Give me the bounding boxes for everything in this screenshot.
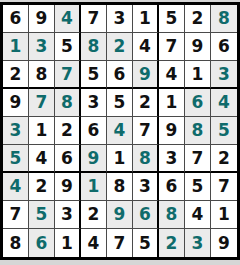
- cell-r1c6[interactable]: 1: [133, 5, 159, 33]
- cell-r7c1[interactable]: 4: [3, 173, 29, 201]
- cell-r3c5[interactable]: 6: [107, 61, 133, 89]
- cell-r2c8[interactable]: 9: [185, 33, 211, 61]
- cell-r5c8[interactable]: 8: [185, 117, 211, 145]
- cell-r2c3[interactable]: 5: [55, 33, 81, 61]
- cell-r2c4[interactable]: 8: [81, 33, 107, 61]
- cell-r5c3[interactable]: 2: [55, 117, 81, 145]
- cell-r4c6[interactable]: 2: [133, 89, 159, 117]
- cell-r5c1[interactable]: 3: [3, 117, 29, 145]
- cell-r8c5[interactable]: 9: [107, 201, 133, 229]
- cell-r8c7[interactable]: 8: [159, 201, 185, 229]
- cell-r1c8[interactable]: 2: [185, 5, 211, 33]
- cell-r4c8[interactable]: 6: [185, 89, 211, 117]
- sudoku-board: 6947315281358247962875694139783521643126…: [0, 2, 240, 260]
- cell-r4c3[interactable]: 8: [55, 89, 81, 117]
- cell-r3c2[interactable]: 8: [29, 61, 55, 89]
- cell-r6c7[interactable]: 3: [159, 145, 185, 173]
- cell-r4c2[interactable]: 7: [29, 89, 55, 117]
- cell-r6c1[interactable]: 5: [3, 145, 29, 173]
- cell-r1c9[interactable]: 8: [211, 5, 237, 33]
- cell-r1c4[interactable]: 7: [81, 5, 107, 33]
- cell-r7c5[interactable]: 8: [107, 173, 133, 201]
- cell-r7c3[interactable]: 9: [55, 173, 81, 201]
- cell-r4c4[interactable]: 3: [81, 89, 107, 117]
- cell-r7c7[interactable]: 6: [159, 173, 185, 201]
- cell-r2c9[interactable]: 6: [211, 33, 237, 61]
- cell-r6c8[interactable]: 7: [185, 145, 211, 173]
- cell-r5c2[interactable]: 1: [29, 117, 55, 145]
- cell-r8c1[interactable]: 7: [3, 201, 29, 229]
- cell-r5c5[interactable]: 4: [107, 117, 133, 145]
- cell-r9c5[interactable]: 7: [107, 229, 133, 257]
- cell-r5c7[interactable]: 9: [159, 117, 185, 145]
- cell-r1c5[interactable]: 3: [107, 5, 133, 33]
- cell-r7c8[interactable]: 5: [185, 173, 211, 201]
- cell-r7c2[interactable]: 2: [29, 173, 55, 201]
- cell-r9c8[interactable]: 3: [185, 229, 211, 257]
- cell-r1c1[interactable]: 6: [3, 5, 29, 33]
- cell-r8c8[interactable]: 4: [185, 201, 211, 229]
- cell-r2c1[interactable]: 1: [3, 33, 29, 61]
- cell-r8c9[interactable]: 1: [211, 201, 237, 229]
- cell-r7c4[interactable]: 1: [81, 173, 107, 201]
- cell-r6c9[interactable]: 2: [211, 145, 237, 173]
- cell-r4c1[interactable]: 9: [3, 89, 29, 117]
- cell-r6c6[interactable]: 8: [133, 145, 159, 173]
- cell-r6c4[interactable]: 9: [81, 145, 107, 173]
- cell-r5c6[interactable]: 7: [133, 117, 159, 145]
- cell-r3c8[interactable]: 1: [185, 61, 211, 89]
- cell-r6c3[interactable]: 6: [55, 145, 81, 173]
- cell-r7c6[interactable]: 3: [133, 173, 159, 201]
- cell-r4c9[interactable]: 4: [211, 89, 237, 117]
- cell-r9c9[interactable]: 9: [211, 229, 237, 257]
- cell-r1c3[interactable]: 4: [55, 5, 81, 33]
- cell-r1c2[interactable]: 9: [29, 5, 55, 33]
- cell-r4c5[interactable]: 5: [107, 89, 133, 117]
- cell-r8c3[interactable]: 3: [55, 201, 81, 229]
- cell-r9c1[interactable]: 8: [3, 229, 29, 257]
- cell-r3c6[interactable]: 9: [133, 61, 159, 89]
- cell-r6c5[interactable]: 1: [107, 145, 133, 173]
- cell-r2c5[interactable]: 2: [107, 33, 133, 61]
- cell-r9c6[interactable]: 5: [133, 229, 159, 257]
- cell-r3c4[interactable]: 5: [81, 61, 107, 89]
- cell-r3c9[interactable]: 3: [211, 61, 237, 89]
- cell-r5c9[interactable]: 5: [211, 117, 237, 145]
- cell-r3c7[interactable]: 4: [159, 61, 185, 89]
- page-background: 6947315281358247962875694139783521643126…: [0, 0, 240, 265]
- cell-r9c4[interactable]: 4: [81, 229, 107, 257]
- cell-r6c2[interactable]: 4: [29, 145, 55, 173]
- cell-r9c3[interactable]: 1: [55, 229, 81, 257]
- cell-r3c1[interactable]: 2: [3, 61, 29, 89]
- cell-r1c7[interactable]: 5: [159, 5, 185, 33]
- cell-r2c2[interactable]: 3: [29, 33, 55, 61]
- cell-r8c4[interactable]: 2: [81, 201, 107, 229]
- cell-r7c9[interactable]: 7: [211, 173, 237, 201]
- cell-r8c2[interactable]: 5: [29, 201, 55, 229]
- cell-r3c3[interactable]: 7: [55, 61, 81, 89]
- cell-r5c4[interactable]: 6: [81, 117, 107, 145]
- cell-r9c2[interactable]: 6: [29, 229, 55, 257]
- cell-r8c6[interactable]: 6: [133, 201, 159, 229]
- cell-r9c7[interactable]: 2: [159, 229, 185, 257]
- cell-r4c7[interactable]: 1: [159, 89, 185, 117]
- cell-r2c7[interactable]: 7: [159, 33, 185, 61]
- cell-r2c6[interactable]: 4: [133, 33, 159, 61]
